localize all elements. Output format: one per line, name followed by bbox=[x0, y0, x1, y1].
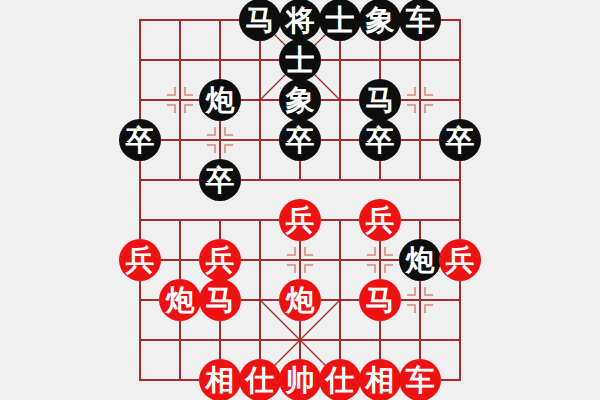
piece-black-chariot[interactable]: 车 bbox=[399, 0, 441, 41]
piece-red-elephant[interactable]: 相 bbox=[359, 359, 401, 400]
piece-glyph: 相 bbox=[366, 366, 395, 395]
piece-black-cannon[interactable]: 炮 bbox=[199, 79, 241, 121]
piece-glyph: 士 bbox=[286, 46, 315, 75]
point-marker-corner bbox=[384, 247, 393, 256]
piece-glyph: 卒 bbox=[446, 126, 475, 155]
point-marker-corner bbox=[424, 304, 433, 313]
piece-glyph: 相 bbox=[206, 366, 235, 395]
point-marker-corner bbox=[407, 304, 416, 313]
piece-black-soldier[interactable]: 卒 bbox=[199, 159, 241, 201]
piece-black-soldier[interactable]: 卒 bbox=[359, 119, 401, 161]
piece-black-general[interactable]: 将 bbox=[279, 0, 321, 41]
point-marker-corner bbox=[167, 104, 176, 113]
piece-black-soldier[interactable]: 卒 bbox=[279, 119, 321, 161]
piece-glyph: 马 bbox=[206, 286, 235, 315]
piece-glyph: 卒 bbox=[206, 166, 235, 195]
piece-glyph: 象 bbox=[286, 86, 315, 115]
piece-black-horse[interactable]: 马 bbox=[239, 0, 281, 41]
piece-glyph: 车 bbox=[406, 366, 435, 395]
piece-black-cannon[interactable]: 炮 bbox=[399, 239, 441, 281]
point-marker-corner bbox=[407, 104, 416, 113]
piece-glyph: 车 bbox=[406, 6, 435, 35]
piece-black-soldier[interactable]: 卒 bbox=[439, 119, 481, 161]
piece-glyph: 兵 bbox=[366, 206, 395, 235]
piece-glyph: 炮 bbox=[166, 286, 195, 315]
point-marker-corner bbox=[384, 264, 393, 273]
piece-red-advisor[interactable]: 仕 bbox=[319, 359, 361, 400]
piece-red-horse[interactable]: 马 bbox=[199, 279, 241, 321]
piece-red-horse[interactable]: 马 bbox=[359, 279, 401, 321]
piece-glyph: 马 bbox=[366, 86, 395, 115]
point-marker bbox=[400, 80, 440, 120]
point-marker-corner bbox=[224, 144, 233, 153]
point-marker-corner bbox=[407, 287, 416, 296]
xiangqi-board: 马将士象车士炮象马卒卒卒卒卒兵兵兵兵炮兵炮马炮马相仕帅仕相车 bbox=[0, 0, 600, 400]
point-marker-corner bbox=[367, 264, 376, 273]
point-marker-corner bbox=[207, 127, 216, 136]
piece-red-cannon[interactable]: 炮 bbox=[159, 279, 201, 321]
point-marker-corner bbox=[407, 87, 416, 96]
piece-glyph: 兵 bbox=[206, 246, 235, 275]
piece-glyph: 兵 bbox=[286, 206, 315, 235]
piece-red-general[interactable]: 帅 bbox=[279, 359, 321, 400]
point-marker-corner bbox=[424, 287, 433, 296]
piece-glyph: 炮 bbox=[286, 286, 315, 315]
piece-glyph: 仕 bbox=[326, 366, 355, 395]
piece-glyph: 兵 bbox=[446, 246, 475, 275]
piece-glyph: 士 bbox=[326, 6, 355, 35]
piece-glyph: 卒 bbox=[366, 126, 395, 155]
point-marker-corner bbox=[304, 247, 313, 256]
piece-glyph: 马 bbox=[366, 286, 395, 315]
piece-red-cannon[interactable]: 炮 bbox=[279, 279, 321, 321]
piece-black-elephant[interactable]: 象 bbox=[359, 0, 401, 41]
point-marker-corner bbox=[304, 264, 313, 273]
piece-red-soldier[interactable]: 兵 bbox=[359, 199, 401, 241]
point-marker bbox=[400, 280, 440, 320]
piece-black-advisor[interactable]: 士 bbox=[279, 39, 321, 81]
piece-glyph: 将 bbox=[286, 6, 315, 35]
piece-glyph: 象 bbox=[366, 6, 395, 35]
piece-glyph: 马 bbox=[246, 6, 275, 35]
point-marker-corner bbox=[167, 87, 176, 96]
piece-glyph: 卒 bbox=[286, 126, 315, 155]
point-marker-corner bbox=[367, 247, 376, 256]
point-marker-corner bbox=[287, 247, 296, 256]
piece-red-soldier[interactable]: 兵 bbox=[199, 239, 241, 281]
piece-red-advisor[interactable]: 仕 bbox=[239, 359, 281, 400]
point-marker-corner bbox=[207, 144, 216, 153]
point-marker-corner bbox=[184, 87, 193, 96]
piece-black-soldier[interactable]: 卒 bbox=[119, 119, 161, 161]
piece-glyph: 炮 bbox=[406, 246, 435, 275]
piece-black-horse[interactable]: 马 bbox=[359, 79, 401, 121]
point-marker-corner bbox=[224, 127, 233, 136]
piece-red-soldier[interactable]: 兵 bbox=[279, 199, 321, 241]
point-marker bbox=[360, 240, 400, 280]
piece-glyph: 帅 bbox=[286, 366, 315, 395]
piece-glyph: 炮 bbox=[206, 86, 235, 115]
point-marker bbox=[160, 80, 200, 120]
board-grid: 马将士象车士炮象马卒卒卒卒卒兵兵兵兵炮兵炮马炮马相仕帅仕相车 bbox=[120, 0, 480, 400]
piece-red-soldier[interactable]: 兵 bbox=[119, 239, 161, 281]
point-marker-corner bbox=[287, 264, 296, 273]
piece-glyph: 仕 bbox=[246, 366, 275, 395]
piece-black-advisor[interactable]: 士 bbox=[319, 0, 361, 41]
piece-glyph: 卒 bbox=[126, 126, 155, 155]
piece-red-chariot[interactable]: 车 bbox=[399, 359, 441, 400]
point-marker bbox=[280, 240, 320, 280]
point-marker bbox=[200, 120, 240, 160]
point-marker-corner bbox=[424, 87, 433, 96]
point-marker-corner bbox=[424, 104, 433, 113]
piece-black-elephant[interactable]: 象 bbox=[279, 79, 321, 121]
piece-red-soldier[interactable]: 兵 bbox=[439, 239, 481, 281]
point-marker-corner bbox=[184, 104, 193, 113]
piece-glyph: 兵 bbox=[126, 246, 155, 275]
piece-red-elephant[interactable]: 相 bbox=[199, 359, 241, 400]
